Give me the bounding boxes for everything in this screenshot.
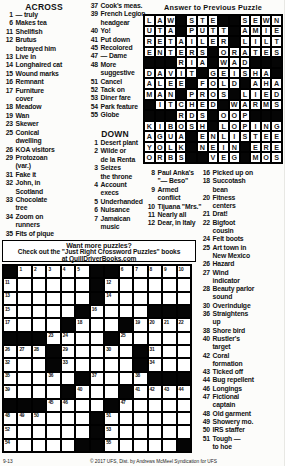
puzzle-cell[interactable]: 27 — [17, 345, 31, 358]
puzzle-cell[interactable] — [46, 305, 60, 318]
clue-number: 39 — [87, 10, 101, 27]
answer-cell-black — [271, 68, 282, 79]
answer-cell: B — [165, 121, 176, 132]
clue-item-down-48: 48Old garment — [199, 410, 284, 418]
answer-cell: D — [144, 68, 155, 79]
puzzle-cell-black — [133, 358, 147, 371]
puzzle-cell[interactable]: 28 — [32, 345, 46, 358]
answer-cell-black — [261, 110, 272, 121]
answer-cell: P — [186, 89, 197, 100]
puzzle-cell[interactable] — [46, 412, 60, 425]
puzzle-cell[interactable] — [17, 305, 31, 318]
puzzle-cell[interactable] — [46, 318, 60, 331]
answer-cell: G — [229, 152, 240, 163]
answer-cell: L — [218, 121, 229, 132]
puzzle-cell[interactable]: 38 — [133, 372, 147, 385]
puzzle-cell[interactable] — [119, 439, 133, 452]
clue-item-down-40: 40Rustler'starget — [199, 335, 284, 352]
puzzle-cell[interactable] — [133, 439, 147, 452]
clue-item-across-35: 35Fits of pique — [2, 230, 86, 238]
puzzle-cell[interactable]: 16 — [90, 305, 104, 318]
clue-item-across-51: 51Cancel — [87, 78, 143, 86]
clue-number: 33 — [2, 196, 16, 213]
puzzle-cell[interactable] — [90, 332, 104, 345]
puzzle-cell[interactable]: 5 — [75, 265, 89, 278]
puzzle-cell[interactable]: 47 — [119, 399, 133, 412]
answer-cell: L — [218, 78, 229, 89]
puzzle-cell[interactable] — [104, 385, 118, 398]
puzzle-cell[interactable]: 24 — [61, 332, 75, 345]
clue-text: Globe — [101, 111, 144, 119]
puzzle-cell[interactable]: 44 — [177, 385, 191, 398]
clue-item-across-54: 54Park feature — [87, 103, 143, 111]
puzzle-cell[interactable] — [46, 385, 60, 398]
puzzle-cell[interactable]: 36 — [46, 372, 60, 385]
answer-cell: I — [218, 142, 229, 153]
puzzle-cell[interactable]: 52 — [3, 425, 17, 438]
clue-number: 29 — [2, 154, 16, 171]
puzzle-cell[interactable]: 19 — [133, 318, 147, 331]
clue-number: 25 — [199, 244, 213, 261]
puzzle-cell[interactable]: 42 — [148, 385, 162, 398]
puzzle-cell[interactable] — [61, 278, 75, 291]
puzzle-cell[interactable] — [46, 425, 60, 438]
puzzle-cell[interactable] — [104, 305, 118, 318]
clue-text: Conicaldwelling — [16, 129, 87, 146]
puzzle-cell[interactable]: 21 — [162, 318, 176, 331]
answer-cell: R — [229, 47, 240, 58]
puzzle-cell[interactable] — [119, 425, 133, 438]
puzzle-cell[interactable] — [61, 305, 75, 318]
clue-item-across-33: 33Chocolatetree — [2, 196, 86, 213]
puzzle-cell-black — [90, 439, 104, 452]
answer-cell: Y — [144, 142, 155, 153]
puzzle-cell[interactable] — [17, 425, 31, 438]
puzzle-cell[interactable]: 34 — [148, 358, 162, 371]
clue-text: Nuisance — [101, 206, 144, 214]
puzzle-cell[interactable]: 45 — [46, 399, 60, 412]
puzzle-cell[interactable] — [133, 292, 147, 305]
answer-cell: T — [208, 26, 219, 37]
puzzle-cell[interactable] — [148, 399, 162, 412]
answer-cell: I — [229, 131, 240, 142]
answer-cell: A — [176, 36, 187, 47]
answer-cell: E — [208, 36, 219, 47]
puzzle-cell[interactable]: 12 — [104, 278, 118, 291]
clue-item-across-26: 26KOA visitors — [2, 146, 86, 154]
answer-cell: R — [218, 36, 229, 47]
puzzle-cell[interactable]: 20 — [148, 318, 162, 331]
puzzle-cell[interactable] — [162, 399, 176, 412]
puzzle-cell[interactable] — [162, 345, 176, 358]
clue-item-across-23: 23Skewer — [2, 120, 86, 128]
clue-number: 23 — [2, 120, 16, 128]
puzzle-cell[interactable] — [75, 332, 89, 345]
puzzle-cell[interactable] — [32, 385, 46, 398]
puzzle-cell[interactable] — [17, 358, 31, 371]
answer-cell: A — [197, 57, 208, 68]
answer-cell: E — [218, 68, 229, 79]
clue-number: 12 — [2, 36, 16, 53]
clue-number: 47 — [87, 52, 101, 60]
answer-cell: O — [155, 142, 166, 153]
clue-text: Fits of pique — [16, 230, 87, 238]
clue-text: Nearly all — [158, 211, 199, 219]
answer-cell: T — [155, 26, 166, 37]
puzzle-cell[interactable]: 43 — [162, 385, 176, 398]
puzzle-cell[interactable] — [61, 292, 75, 305]
puzzle-cell[interactable] — [162, 425, 176, 438]
puzzle-cell-black — [90, 412, 104, 425]
answer-cell: N — [261, 121, 272, 132]
puzzle-cell[interactable] — [162, 278, 176, 291]
answer-cell: E — [261, 131, 272, 142]
puzzle-cell[interactable]: 51 — [104, 412, 118, 425]
clue-number: 24 — [199, 235, 213, 243]
puzzle-cell[interactable] — [119, 358, 133, 371]
answer-cell: D — [186, 110, 197, 121]
puzzle-cell[interactable] — [46, 278, 60, 291]
clue-number: 5 — [87, 198, 101, 206]
answer-cell: A — [240, 100, 251, 111]
puzzle-cell[interactable] — [162, 439, 176, 452]
answer-cell: N — [271, 15, 282, 26]
previous-answer-grid: LAWSTESEWNUTAPUTTAMIERETAILERLILTENTERSO… — [143, 14, 283, 164]
puzzle-cell[interactable] — [17, 292, 31, 305]
puzzle-cell[interactable] — [133, 332, 147, 345]
clue-number: 37 — [87, 2, 101, 10]
puzzle-cell[interactable] — [32, 278, 46, 291]
clue-number: 40 — [87, 27, 101, 35]
answer-cell: E — [144, 47, 155, 58]
puzzle-cell[interactable] — [32, 305, 46, 318]
puzzle-cell[interactable] — [162, 332, 176, 345]
puzzle-cell[interactable]: 48 — [3, 412, 17, 425]
clue-text: Zoom onrunners — [16, 213, 87, 230]
clue-item-down-3: 3Seizesthe throne — [87, 164, 143, 181]
puzzle-cell[interactable] — [119, 292, 133, 305]
puzzle-cell[interactable]: 18 — [75, 318, 89, 331]
puzzle-cell[interactable] — [119, 412, 133, 425]
clue-text: Picked up on — [213, 169, 285, 177]
answer-cell: T — [250, 131, 261, 142]
answer-cell: S — [271, 152, 282, 163]
answer-cell-black — [144, 100, 155, 111]
puzzle-cell[interactable] — [75, 278, 89, 291]
puzzle-cell[interactable] — [61, 439, 75, 452]
clue-text: Fictionalcaptain — [213, 393, 285, 410]
clue-text: Bigfootcousin — [213, 219, 285, 236]
puzzle-cell[interactable]: 1 — [17, 265, 31, 278]
puzzle-cell[interactable] — [119, 345, 133, 358]
puzzle-cell[interactable] — [162, 358, 176, 371]
puzzle-cell[interactable]: 25 — [119, 332, 133, 345]
puzzle-cell[interactable] — [119, 372, 133, 385]
puzzle-cell[interactable] — [75, 358, 89, 371]
puzzle-cell[interactable] — [61, 412, 75, 425]
answer-cell: O — [208, 89, 219, 100]
clue-text: — truly — [16, 11, 87, 19]
clue-text: Makes tea — [16, 19, 87, 27]
puzzle-cell[interactable] — [177, 278, 191, 291]
clue-item-down-43: 43Ticked off — [199, 368, 284, 376]
puzzle-cell-black — [104, 399, 118, 412]
clue-text: Hazard — [213, 260, 285, 268]
puzzle-cell[interactable] — [148, 439, 162, 452]
answer-cell: A — [229, 57, 240, 68]
puzzle-cell[interactable] — [61, 425, 75, 438]
puzzle-cell[interactable] — [177, 425, 191, 438]
clue-number: 30 — [199, 302, 213, 310]
puzzle-cell[interactable] — [17, 385, 31, 398]
clue-text: Windindicator — [213, 269, 285, 286]
answer-cell: F — [197, 78, 208, 89]
puzzle-cell-black — [61, 385, 75, 398]
puzzle-cell[interactable] — [104, 358, 118, 371]
answer-cell-black — [229, 15, 240, 26]
puzzle-cell-black — [119, 318, 133, 331]
puzzle-cell-black — [104, 265, 118, 278]
puzzle-cell[interactable] — [32, 292, 46, 305]
puzzle-cell[interactable] — [17, 439, 31, 452]
puzzle-cell[interactable]: 4 — [61, 265, 75, 278]
puzzle-cell[interactable]: 9 — [162, 265, 176, 278]
puzzle-cell[interactable]: 39 — [3, 385, 17, 398]
puzzle-cell[interactable] — [75, 292, 89, 305]
puzzle-cell[interactable] — [119, 278, 133, 291]
answer-cell-black — [250, 110, 261, 121]
puzzle-cell[interactable]: 8 — [148, 265, 162, 278]
puzzle-cell[interactable] — [75, 412, 89, 425]
puzzle-cell[interactable] — [32, 358, 46, 371]
answer-cell: O — [218, 47, 229, 58]
clue-item-across-29: 29Protozoan(var.) — [2, 154, 86, 171]
puzzle-cell[interactable] — [177, 399, 191, 412]
answer-cell-black — [176, 26, 187, 37]
puzzle-cell[interactable] — [148, 425, 162, 438]
puzzle-cell[interactable] — [133, 278, 147, 291]
clue-text: Art town inNew Mexico — [213, 244, 285, 261]
answer-cell: T — [165, 47, 176, 58]
answer-cell: E — [261, 89, 272, 100]
answer-cell: S — [271, 100, 282, 111]
answer-cell: M — [144, 89, 155, 100]
puzzle-cell[interactable]: 53 — [104, 425, 118, 438]
puzzle-cell[interactable]: 46 — [61, 399, 75, 412]
answer-cell: N — [155, 47, 166, 58]
clue-text: Wan — [16, 112, 87, 120]
across-clues-col2: 37Cook's meas.39French Legionheadgear40Y… — [87, 2, 143, 120]
puzzle-cell[interactable] — [75, 425, 89, 438]
puzzle-cell[interactable] — [17, 372, 31, 385]
puzzle-cell[interactable]: 2 — [32, 265, 46, 278]
puzzle-cell[interactable]: 37 — [90, 372, 104, 385]
puzzle-cell[interactable]: 15 — [3, 305, 17, 318]
clue-text: Straightensup — [213, 310, 285, 327]
puzzle-cell[interactable]: 7 — [133, 265, 147, 278]
clue-item-across-53: 53Diner fare — [87, 94, 143, 102]
puzzle-cell[interactable] — [17, 318, 31, 331]
promo-line-3: at QuillDriverBooks.com — [3, 256, 195, 263]
clue-item-across-37: 37Cook's meas. — [87, 2, 143, 10]
puzzle-cell[interactable] — [119, 305, 133, 318]
clue-number: 6 — [2, 19, 16, 27]
clue-number: 26 — [199, 260, 213, 268]
answer-cell: N — [197, 142, 208, 153]
puzzle-cell[interactable] — [32, 372, 46, 385]
puzzle-cell-black — [75, 305, 89, 318]
clue-number: 55 — [87, 111, 101, 119]
answer-cell-black — [155, 57, 166, 68]
answer-cell: H — [197, 121, 208, 132]
puzzle-cell[interactable]: 26 — [3, 345, 17, 358]
puzzle-cell[interactable] — [32, 439, 46, 452]
answer-cell: S — [240, 68, 251, 79]
answer-cell: L — [144, 15, 155, 26]
puzzle-cell[interactable] — [162, 292, 176, 305]
puzzle-cell[interactable] — [90, 385, 104, 398]
answer-cell: G — [208, 68, 219, 79]
puzzle-cell[interactable]: 14 — [104, 292, 118, 305]
puzzle-cell-black — [177, 305, 191, 318]
clue-number: 19 — [2, 112, 16, 120]
clue-text: Diner fare — [101, 94, 144, 102]
puzzle-cell[interactable] — [148, 278, 162, 291]
puzzle-cell[interactable] — [177, 412, 191, 425]
puzzle-cell[interactable] — [75, 345, 89, 358]
puzzle-cell[interactable] — [61, 372, 75, 385]
puzzle-cell-black — [104, 332, 118, 345]
puzzle-cell[interactable] — [104, 318, 118, 331]
answer-cell: E — [176, 47, 187, 58]
clue-number: 16 — [199, 169, 213, 177]
clue-number: 53 — [87, 94, 101, 102]
puzzle-cell[interactable]: 35 — [3, 372, 17, 385]
puzzle-cell[interactable] — [177, 358, 191, 371]
answer-cell-black — [208, 47, 219, 58]
puzzle-cell[interactable]: 40 — [75, 385, 89, 398]
puzzle-cell[interactable]: 55 — [104, 439, 118, 452]
puzzle-cell[interactable] — [90, 358, 104, 371]
puzzle-cell[interactable] — [32, 425, 46, 438]
clue-item-down-11: 11Nearly all — [144, 211, 198, 219]
clue-number: 32 — [2, 179, 16, 196]
puzzle-cell[interactable]: 3 — [46, 265, 60, 278]
puzzle-cell[interactable]: 30 — [104, 345, 118, 358]
puzzle-cell[interactable]: 41 — [133, 385, 147, 398]
answer-cell: O — [208, 78, 219, 89]
clue-item-down-24: 24Felt boots — [199, 235, 284, 243]
clue-item-across-47: 47— Dame — [87, 52, 143, 60]
answer-to-previous-header: Answer to Previous Puzzle — [142, 3, 284, 12]
clue-number: 38 — [199, 327, 213, 335]
puzzle-cell[interactable] — [177, 345, 191, 358]
answer-cell-black — [240, 152, 251, 163]
puzzle-cell[interactable] — [162, 412, 176, 425]
answer-cell-black — [176, 15, 187, 26]
puzzle-cell[interactable] — [46, 439, 60, 452]
clue-number: 40 — [199, 335, 213, 352]
clue-number: 31 — [2, 171, 16, 179]
puzzle-cell[interactable]: 23 — [46, 332, 60, 345]
puzzle-cell[interactable] — [133, 412, 147, 425]
puzzle-cell[interactable] — [90, 345, 104, 358]
answer-cell: I — [229, 68, 240, 79]
puzzle-cell[interactable] — [90, 399, 104, 412]
puzzle-cell[interactable] — [90, 318, 104, 331]
answer-cell: O — [144, 152, 155, 163]
puzzle-cell[interactable]: 49 — [17, 412, 31, 425]
puzzle-cell[interactable]: 29 — [61, 345, 75, 358]
puzzle-cell[interactable]: 32 — [3, 358, 17, 371]
clue-number: 28 — [199, 285, 213, 302]
puzzle-cell[interactable] — [133, 399, 147, 412]
clue-number: 51 — [199, 435, 213, 452]
clue-number: 43 — [199, 368, 213, 376]
puzzle-cell[interactable]: 17 — [3, 318, 17, 331]
puzzle-cell[interactable]: 31 — [148, 345, 162, 358]
puzzle-grid: 1234567891011121314151617181920212223242… — [2, 264, 192, 453]
answer-cell: S — [271, 47, 282, 58]
puzzle-cell[interactable] — [148, 332, 162, 345]
clue-item-across-18: 18Meadow — [2, 103, 86, 111]
puzzle-cell-black — [162, 372, 176, 385]
answer-cell: L — [197, 36, 208, 47]
puzzle-cell[interactable]: 54 — [3, 439, 17, 452]
puzzle-cell-black — [177, 372, 191, 385]
puzzle-cell[interactable] — [46, 292, 60, 305]
puzzle-cell-black — [32, 332, 46, 345]
puzzle-cell-black — [3, 399, 17, 412]
puzzle-cell-black — [17, 332, 31, 345]
puzzle-cell[interactable] — [104, 372, 118, 385]
answer-cell: P — [240, 121, 251, 132]
puzzle-cell[interactable]: 11 — [3, 278, 17, 291]
clue-item-down-25: 25Art town inNew Mexico — [199, 244, 284, 261]
answer-cell: A — [155, 89, 166, 100]
puzzle-cell[interactable] — [17, 278, 31, 291]
puzzle-cell[interactable]: 33 — [61, 358, 75, 371]
puzzle-cell[interactable] — [32, 318, 46, 331]
answer-cell: O — [229, 121, 240, 132]
clue-item-across-48: 48Moresuggestive — [87, 61, 143, 78]
answer-cell: G — [271, 121, 282, 132]
puzzle-cell[interactable] — [148, 292, 162, 305]
answer-cell: E — [271, 26, 282, 37]
puzzle-cell[interactable] — [133, 305, 147, 318]
answer-cell: R — [176, 110, 187, 121]
puzzle-cell[interactable]: 22 — [177, 318, 191, 331]
clue-text: Drat! — [213, 210, 285, 218]
clue-text: Succotashbean — [213, 177, 285, 194]
puzzle-cell[interactable]: 10 — [177, 265, 191, 278]
puzzle-cell[interactable] — [177, 332, 191, 345]
puzzle-cell[interactable] — [133, 425, 147, 438]
answer-cell-black — [186, 142, 197, 153]
puzzle-cell[interactable] — [148, 412, 162, 425]
puzzle-cell[interactable] — [75, 399, 89, 412]
answer-cell: R — [144, 36, 155, 47]
answer-cell: A — [271, 78, 282, 89]
puzzle-cell[interactable]: 6 — [119, 265, 133, 278]
answer-cell-black — [218, 100, 229, 111]
puzzle-cell[interactable] — [177, 292, 191, 305]
puzzle-cell[interactable]: 13 — [3, 292, 17, 305]
answer-cell: S — [186, 121, 197, 132]
clue-item-down-49: 49Showery mo. — [199, 418, 284, 426]
clue-item-across-19: 19Wan — [2, 112, 86, 120]
puzzle-cell[interactable]: 50 — [32, 412, 46, 425]
